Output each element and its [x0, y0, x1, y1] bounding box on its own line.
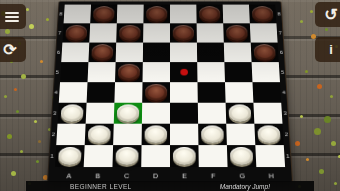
- square-G2[interactable]: [226, 124, 255, 145]
- square-F2[interactable]: [198, 124, 227, 145]
- white-piece-H2[interactable]: [257, 126, 281, 143]
- row-label-1: 1: [284, 145, 292, 167]
- row-label-3: 3: [51, 103, 59, 124]
- square-D5[interactable]: [143, 62, 170, 82]
- level-label: BEGINNER LEVEL: [70, 183, 132, 190]
- square-C6[interactable]: [116, 43, 143, 63]
- square-F6[interactable]: [197, 43, 224, 63]
- white-piece-C3[interactable]: [117, 105, 140, 122]
- square-H1[interactable]: [255, 145, 285, 167]
- leaves-decoration: [0, 0, 3, 3]
- square-B6[interactable]: [88, 43, 116, 63]
- square-B7[interactable]: [89, 23, 116, 42]
- hamburger-icon: [5, 20, 19, 22]
- restart-icon: ⟳: [3, 40, 16, 59]
- square-G7[interactable]: [223, 23, 250, 42]
- square-A4[interactable]: [59, 82, 88, 103]
- square-H3[interactable]: [253, 103, 282, 124]
- square-E2[interactable]: [170, 124, 198, 145]
- hamburger-icon: [5, 12, 19, 14]
- board-grid: [55, 5, 285, 168]
- square-A8[interactable]: [64, 5, 91, 24]
- column-label-G: G: [228, 170, 257, 181]
- square-C1[interactable]: [112, 145, 141, 167]
- square-H8[interactable]: [249, 5, 276, 24]
- undo-icon: ↺: [324, 5, 337, 24]
- square-G5[interactable]: [224, 62, 252, 82]
- info-button[interactable]: i: [315, 37, 340, 62]
- dark-piece-E7[interactable]: [173, 25, 195, 40]
- square-D1[interactable]: [141, 145, 170, 167]
- square-E6[interactable]: [170, 43, 197, 63]
- dark-piece-G7[interactable]: [226, 25, 248, 40]
- square-D2[interactable]: [142, 124, 170, 145]
- square-E5[interactable]: [170, 62, 197, 82]
- square-B4[interactable]: [87, 82, 115, 103]
- column-label-E: E: [170, 170, 199, 181]
- column-label-C: C: [112, 170, 141, 181]
- row-label-6: 6: [55, 43, 63, 63]
- square-H7[interactable]: [250, 23, 278, 42]
- square-B3[interactable]: [86, 103, 115, 124]
- square-F1[interactable]: [198, 145, 227, 167]
- white-piece-C1[interactable]: [115, 147, 138, 165]
- square-G4[interactable]: [225, 82, 253, 103]
- info-icon: i: [329, 42, 333, 57]
- square-A5[interactable]: [60, 62, 88, 82]
- square-H6[interactable]: [251, 43, 279, 63]
- dark-piece-H8[interactable]: [252, 6, 274, 21]
- dark-piece-B8[interactable]: [93, 6, 115, 21]
- square-G8[interactable]: [223, 5, 250, 24]
- square-B5[interactable]: [88, 62, 116, 82]
- row-label-4: 4: [280, 82, 288, 103]
- square-H4[interactable]: [252, 82, 281, 103]
- square-G6[interactable]: [224, 43, 252, 63]
- restart-button[interactable]: ⟳: [0, 37, 26, 62]
- row-label-3: 3: [281, 103, 289, 124]
- white-piece-G1[interactable]: [230, 147, 254, 165]
- column-label-B: B: [83, 170, 112, 181]
- square-B2[interactable]: [85, 124, 114, 145]
- dark-piece-H6[interactable]: [253, 44, 275, 60]
- square-C4[interactable]: [114, 82, 142, 103]
- row-label-6: 6: [278, 43, 286, 63]
- white-piece-B2[interactable]: [88, 126, 111, 143]
- row-label-2: 2: [282, 124, 290, 145]
- square-H5[interactable]: [252, 62, 280, 82]
- square-A6[interactable]: [61, 43, 89, 63]
- square-B1[interactable]: [84, 145, 113, 167]
- square-E4[interactable]: [170, 82, 198, 103]
- square-A3[interactable]: [58, 103, 87, 124]
- checkers-board: 87654321 87654321 ABCDEFGH: [47, 1, 293, 182]
- square-G1[interactable]: [227, 145, 256, 167]
- column-labels: ABCDEFGH: [54, 170, 286, 181]
- row-label-7: 7: [56, 23, 64, 42]
- square-A1[interactable]: [55, 145, 85, 167]
- menu-button[interactable]: [0, 4, 26, 29]
- square-C2[interactable]: [113, 124, 142, 145]
- column-label-F: F: [199, 170, 228, 181]
- row-label-8: 8: [275, 5, 283, 24]
- square-E1[interactable]: [170, 145, 199, 167]
- square-F4[interactable]: [197, 82, 225, 103]
- white-piece-D2[interactable]: [144, 126, 167, 143]
- square-E3[interactable]: [170, 103, 198, 124]
- square-C7[interactable]: [116, 23, 143, 42]
- column-label-A: A: [54, 170, 83, 181]
- white-piece-F2[interactable]: [201, 126, 224, 143]
- dark-piece-C5[interactable]: [118, 64, 140, 80]
- row-label-2: 2: [49, 124, 57, 145]
- square-F7[interactable]: [197, 23, 224, 42]
- square-B8[interactable]: [90, 5, 117, 24]
- game-screen: 87654321 87654321 ABCDEFGH ⟳ ↺ i BEGINNE…: [0, 0, 340, 191]
- white-piece-G3[interactable]: [228, 105, 251, 122]
- square-A7[interactable]: [62, 23, 90, 42]
- square-C5[interactable]: [115, 62, 143, 82]
- square-C8[interactable]: [117, 5, 144, 24]
- row-label-8: 8: [57, 5, 65, 24]
- status-message: Mandatory Jump!: [220, 183, 270, 190]
- white-piece-A3[interactable]: [60, 105, 83, 122]
- row-label-1: 1: [48, 145, 56, 167]
- jump-target-dot: [180, 69, 188, 76]
- square-E7[interactable]: [170, 23, 197, 42]
- square-F8[interactable]: [196, 5, 223, 24]
- square-D4[interactable]: [142, 82, 170, 103]
- square-H2[interactable]: [254, 124, 283, 145]
- row-label-4: 4: [52, 82, 60, 103]
- column-label-H: H: [256, 170, 285, 181]
- square-D6[interactable]: [143, 43, 170, 63]
- dark-piece-D4[interactable]: [145, 84, 167, 100]
- square-E8[interactable]: [170, 5, 197, 24]
- undo-button[interactable]: ↺: [315, 2, 340, 27]
- square-C3[interactable]: [114, 103, 142, 124]
- square-D7[interactable]: [143, 23, 170, 42]
- square-A2[interactable]: [56, 124, 85, 145]
- row-label-5: 5: [53, 62, 61, 82]
- column-label-D: D: [141, 170, 170, 181]
- row-label-5: 5: [279, 62, 287, 82]
- dark-piece-D8[interactable]: [146, 6, 167, 21]
- square-D3[interactable]: [142, 103, 170, 124]
- square-G3[interactable]: [226, 103, 255, 124]
- dark-piece-A7[interactable]: [65, 25, 87, 40]
- dark-piece-F8[interactable]: [199, 6, 221, 21]
- hamburger-icon: [5, 16, 19, 18]
- dark-piece-B6[interactable]: [91, 44, 113, 60]
- square-D8[interactable]: [143, 5, 170, 24]
- row-label-7: 7: [276, 23, 284, 42]
- square-F5[interactable]: [197, 62, 225, 82]
- white-piece-A1[interactable]: [58, 147, 82, 165]
- status-bar: BEGINNER LEVEL Mandatory Jump!: [26, 181, 314, 191]
- square-F3[interactable]: [198, 103, 226, 124]
- white-piece-E1[interactable]: [173, 147, 196, 165]
- dark-piece-C7[interactable]: [119, 25, 141, 40]
